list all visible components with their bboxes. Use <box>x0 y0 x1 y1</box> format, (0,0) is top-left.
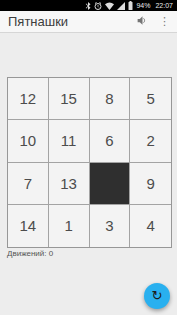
cell-signal-icon <box>117 2 125 10</box>
app-screen: 94% 22:07 Пятнашки ⋮ 1215851011627139141… <box>0 0 177 315</box>
tile-7[interactable]: 7 <box>8 163 49 205</box>
tile-8[interactable]: 8 <box>90 78 131 120</box>
tile-2[interactable]: 2 <box>130 120 171 162</box>
tile-10[interactable]: 10 <box>8 120 49 162</box>
bluetooth-icon <box>85 2 91 10</box>
blank-cell <box>90 163 131 205</box>
tile-15[interactable]: 15 <box>49 78 90 120</box>
wifi-icon <box>105 2 114 10</box>
overflow-menu-icon[interactable]: ⋮ <box>159 16 170 27</box>
moves-counter: Движений: 0 <box>7 249 53 258</box>
board: 121585101162713914134 <box>7 77 172 248</box>
battery-percent: 94% <box>136 0 150 11</box>
tile-13[interactable]: 13 <box>49 163 90 205</box>
tile-14[interactable]: 14 <box>8 205 49 247</box>
tile-6[interactable]: 6 <box>90 120 131 162</box>
clock: 22:07 <box>155 0 173 11</box>
tile-3[interactable]: 3 <box>90 205 131 247</box>
page-title: Пятнашки <box>0 14 136 29</box>
tile-1[interactable]: 1 <box>49 205 90 247</box>
battery-icon <box>128 1 133 10</box>
refresh-icon: ↻ <box>152 289 163 302</box>
restart-button[interactable]: ↻ <box>144 283 170 309</box>
tile-11[interactable]: 11 <box>49 120 90 162</box>
alarm-icon <box>94 2 102 10</box>
tile-5[interactable]: 5 <box>130 78 171 120</box>
tile-4[interactable]: 4 <box>130 205 171 247</box>
tile-12[interactable]: 12 <box>8 78 49 120</box>
status-bar: 94% 22:07 <box>0 0 177 11</box>
app-bar: Пятнашки ⋮ <box>0 11 177 33</box>
volume-icon[interactable] <box>136 13 149 31</box>
tile-9[interactable]: 9 <box>130 163 171 205</box>
